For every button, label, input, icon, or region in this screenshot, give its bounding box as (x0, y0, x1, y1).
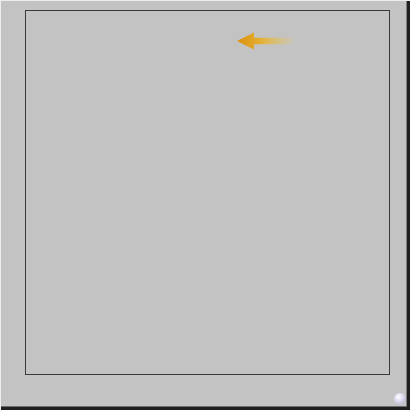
corner-dot (394, 393, 406, 405)
rank-labels (0, 10, 25, 375)
file-labels (25, 377, 390, 403)
board-frame (0, 0, 410, 410)
chess-board[interactable] (25, 10, 390, 375)
